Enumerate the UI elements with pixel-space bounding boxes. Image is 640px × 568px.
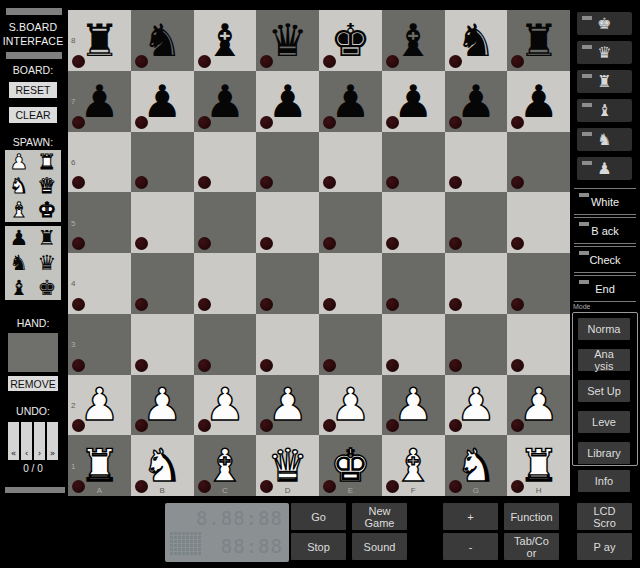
mode-button-stack: Norma Ana ysis Set Up Leve Library — [578, 318, 630, 464]
select-knight-button[interactable]: ♞ — [577, 128, 632, 151]
rank-label: 2 — [71, 400, 75, 409]
led-dot — [511, 55, 524, 68]
undo-button-row: «‹›» — [8, 422, 58, 460]
spawn-black-pieces-palette: ♟♜♞♛♝♚ — [5, 226, 61, 300]
led-dot — [449, 116, 462, 129]
led-dot — [260, 359, 273, 372]
spawn-white-pieces-palette: ♟♜♞♛♝♚ — [5, 150, 61, 222]
board-section-label: BOARD: — [0, 64, 66, 76]
mode-setup-button[interactable]: Set Up — [578, 380, 630, 402]
tick-mark — [582, 16, 592, 20]
square-c7[interactable]: ♟ — [194, 71, 257, 132]
led-dot — [198, 55, 211, 68]
spawn-white-queen[interactable]: ♛ — [33, 174, 61, 198]
square-a6[interactable]: 6 — [68, 132, 131, 193]
square-c8[interactable]: ♝ — [194, 10, 257, 71]
square-b2[interactable]: ♟ — [131, 375, 194, 436]
square-b7[interactable]: ♟ — [131, 71, 194, 132]
divider-bar — [6, 52, 62, 59]
led-dot — [386, 298, 399, 311]
led-dot — [260, 55, 273, 68]
tick-mark — [579, 222, 589, 226]
square-d5[interactable] — [256, 192, 319, 253]
square-c1[interactable]: C♝ — [194, 435, 257, 496]
led-dot — [386, 419, 399, 432]
led-dot — [449, 176, 462, 189]
rank-label: 8 — [71, 36, 75, 45]
square-f5[interactable] — [382, 192, 445, 253]
spawn-white-pawn[interactable]: ♟ — [5, 150, 33, 174]
tab-color-button[interactable]: Tab/Co or — [504, 533, 559, 560]
lcd-display: 8.88:88 88:88 — [165, 503, 289, 562]
piece-glyph: ♞ — [10, 251, 29, 275]
square-e7[interactable]: ♟ — [319, 71, 382, 132]
square-e1[interactable]: E♚ — [319, 435, 382, 496]
piece-glyph: ♟ — [10, 226, 29, 250]
piece-glyph: ♛ — [38, 174, 57, 198]
tick-mark — [579, 280, 589, 284]
rank-label: 1 — [71, 461, 75, 470]
spawn-black-rook[interactable]: ♜ — [33, 226, 61, 251]
square-f4[interactable] — [382, 253, 445, 314]
spawn-white-king[interactable]: ♚ — [33, 198, 61, 222]
led-dot — [198, 298, 211, 311]
led-dot — [511, 237, 524, 250]
file-label: B — [159, 486, 164, 495]
go-button[interactable]: Go — [291, 503, 346, 530]
led-dot — [449, 237, 462, 250]
square-a3[interactable]: 3 — [68, 314, 131, 375]
piece-glyph: ♛ — [38, 251, 57, 275]
spawn-white-bishop[interactable]: ♝ — [5, 198, 33, 222]
led-dot — [72, 55, 85, 68]
square-f2[interactable]: ♟ — [382, 375, 445, 436]
file-label: F — [411, 486, 416, 495]
led-dot — [323, 176, 336, 189]
square-h4[interactable] — [507, 253, 570, 314]
black-button-label: B ack — [591, 225, 619, 237]
app-title-line2: INTERFACE — [0, 34, 66, 48]
knight-icon: ♞ — [597, 132, 611, 148]
square-h7[interactable]: ♟ — [507, 71, 570, 132]
select-bishop-button[interactable]: ♝ — [577, 99, 632, 122]
led-dot — [260, 480, 273, 493]
select-rook-button[interactable]: ♜ — [577, 70, 632, 93]
led-dot — [449, 55, 462, 68]
chess-board: 8♜♞♝♛♚♝♞♜7♟♟♟♟♟♟♟♟65432♟♟♟♟♟♟♟♟1A♜B♞C♝D♛… — [68, 10, 570, 496]
led-dot — [72, 298, 85, 311]
smart-board-interface-window: S.BOARD INTERFACE BOARD: RESET CLEAR SPA… — [0, 0, 640, 568]
led-dot — [511, 419, 524, 432]
led-dot — [449, 298, 462, 311]
led-dot — [323, 480, 336, 493]
tick-mark — [579, 251, 589, 255]
mode-analysis-button[interactable]: Ana ysis — [578, 349, 630, 371]
spawn-white-rook[interactable]: ♜ — [33, 150, 61, 174]
square-f6[interactable] — [382, 132, 445, 193]
led-dot — [386, 176, 399, 189]
check-button-label: Check — [589, 254, 620, 266]
tick-mark — [582, 74, 592, 78]
square-a8[interactable]: 8♜ — [68, 10, 131, 71]
right-control-panel: ♚♛♜♝♞♟ White B ack Check End Mode Norma … — [572, 0, 640, 568]
square-d6[interactable] — [256, 132, 319, 193]
clear-button[interactable]: CLEAR — [9, 107, 57, 123]
led-dot — [323, 116, 336, 129]
led-dot — [260, 176, 273, 189]
square-f3[interactable] — [382, 314, 445, 375]
rank-label: 3 — [71, 340, 75, 349]
led-dot — [386, 359, 399, 372]
square-a5[interactable]: 5 — [68, 192, 131, 253]
led-dot — [198, 176, 211, 189]
square-b6[interactable] — [131, 132, 194, 193]
square-g2[interactable]: ♟ — [445, 375, 508, 436]
led-dot — [135, 237, 148, 250]
led-dot — [323, 359, 336, 372]
lcd-clock-bottom: 88:88 — [221, 537, 283, 556]
undo-first-button[interactable]: « — [8, 422, 19, 460]
led-dot — [449, 419, 462, 432]
led-dot — [260, 419, 273, 432]
square-g8[interactable]: ♞ — [445, 10, 508, 71]
end-button[interactable]: End — [574, 275, 636, 302]
square-h6[interactable] — [507, 132, 570, 193]
square-c6[interactable] — [194, 132, 257, 193]
select-pawn-button[interactable]: ♟ — [577, 157, 632, 180]
stop-button[interactable]: Stop — [291, 533, 346, 560]
new-game-button[interactable]: New Game — [352, 503, 407, 530]
square-g1[interactable]: G♞ — [445, 435, 508, 496]
bishop-icon: ♝ — [597, 103, 611, 119]
square-e8[interactable]: ♚ — [319, 10, 382, 71]
led-dot — [449, 480, 462, 493]
square-d8[interactable]: ♛ — [256, 10, 319, 71]
led-dot — [72, 116, 85, 129]
piece-glyph: ♜ — [38, 226, 57, 250]
square-e4[interactable] — [319, 253, 382, 314]
hand-tray[interactable] — [8, 333, 58, 372]
tick-mark — [582, 45, 592, 49]
square-h3[interactable] — [507, 314, 570, 375]
divider-bar — [5, 487, 65, 493]
square-g6[interactable] — [445, 132, 508, 193]
square-f8[interactable]: ♝ — [382, 10, 445, 71]
mode-group-label: Mode — [573, 303, 591, 310]
led-dot — [135, 480, 148, 493]
spawn-white-knight[interactable]: ♞ — [5, 174, 33, 198]
square-c4[interactable] — [194, 253, 257, 314]
spawn-black-pawn[interactable]: ♟ — [5, 226, 33, 251]
led-dot — [135, 419, 148, 432]
square-g4[interactable] — [445, 253, 508, 314]
spawn-black-queen[interactable]: ♛ — [33, 251, 61, 276]
led-dot — [323, 237, 336, 250]
spawn-section-label: SPAWN: — [0, 136, 66, 148]
led-dot — [323, 419, 336, 432]
file-label: H — [536, 486, 542, 495]
rank-label: 4 — [71, 279, 75, 288]
pawn-icon: ♟ — [597, 161, 611, 177]
square-b4[interactable] — [131, 253, 194, 314]
led-dot — [135, 298, 148, 311]
square-c3[interactable] — [194, 314, 257, 375]
rank-label: 6 — [71, 157, 75, 166]
square-b5[interactable] — [131, 192, 194, 253]
square-d1[interactable]: D♛ — [256, 435, 319, 496]
tick-mark — [582, 103, 592, 107]
mode-normal-button[interactable]: Norma — [578, 318, 630, 340]
led-dot — [198, 480, 211, 493]
led-dot — [323, 55, 336, 68]
rank-label: 7 — [71, 97, 75, 106]
square-b1[interactable]: B♞ — [131, 435, 194, 496]
piece-glyph: ♝ — [10, 276, 29, 300]
square-a4[interactable]: 4 — [68, 253, 131, 314]
sound-button[interactable]: Sound — [352, 533, 407, 560]
led-dot — [72, 237, 85, 250]
square-c2[interactable]: ♟ — [194, 375, 257, 436]
square-e3[interactable] — [319, 314, 382, 375]
undo-back-button[interactable]: ‹ — [21, 422, 32, 460]
undo-counter: 0 / 0 — [0, 463, 66, 474]
rook-icon: ♜ — [597, 74, 611, 90]
black-button[interactable]: B ack — [574, 217, 636, 244]
piece-glyph: ♚ — [38, 198, 57, 222]
file-label: E — [348, 486, 353, 495]
square-e6[interactable] — [319, 132, 382, 193]
play-button[interactable]: P ay — [577, 533, 632, 560]
square-f7[interactable]: ♟ — [382, 71, 445, 132]
square-d3[interactable] — [256, 314, 319, 375]
led-dot — [72, 419, 85, 432]
piece-glyph: ♝ — [10, 198, 29, 222]
piece-glyph: ♟ — [10, 150, 29, 174]
action-button-stack: White B ack Check End — [574, 188, 636, 304]
led-dot — [323, 298, 336, 311]
mode-group-box: Norma Ana ysis Set Up Leve Library — [572, 312, 638, 466]
led-dot — [135, 116, 148, 129]
undo-last-button[interactable]: » — [47, 422, 58, 460]
app-title: S.BOARD INTERFACE — [0, 20, 66, 48]
spawn-black-bishop[interactable]: ♝ — [5, 275, 33, 300]
remove-button[interactable]: REMOVE — [8, 376, 58, 391]
end-button-label: End — [595, 283, 615, 295]
led-dot — [511, 116, 524, 129]
square-a1[interactable]: 1A♜ — [68, 435, 131, 496]
square-h8[interactable]: ♜ — [507, 10, 570, 71]
select-king-button[interactable]: ♚ — [577, 12, 632, 35]
led-dot — [386, 55, 399, 68]
reset-button[interactable]: RESET — [9, 82, 57, 98]
led-dot — [135, 359, 148, 372]
led-dot — [135, 176, 148, 189]
undo-forward-button[interactable]: › — [34, 422, 45, 460]
left-control-panel: S.BOARD INTERFACE BOARD: RESET CLEAR SPA… — [0, 0, 66, 568]
info-button[interactable]: Info — [578, 470, 630, 492]
divider-bar — [6, 8, 62, 15]
led-dot — [198, 419, 211, 432]
king-icon: ♚ — [597, 16, 611, 32]
square-h2[interactable]: ♟ — [507, 375, 570, 436]
piece-glyph: ♜ — [38, 150, 57, 174]
square-a2[interactable]: 2♟ — [68, 375, 131, 436]
file-label: A — [97, 486, 102, 495]
tick-mark — [582, 161, 592, 165]
led-dot — [511, 176, 524, 189]
check-button[interactable]: Check — [574, 246, 636, 273]
led-dot — [72, 359, 85, 372]
app-title-line1: S.BOARD — [0, 20, 66, 34]
mode-level-button[interactable]: Leve — [578, 411, 630, 433]
led-dot — [72, 480, 85, 493]
hand-section-label: HAND: — [0, 317, 66, 329]
lcd-dot-matrix — [170, 532, 201, 555]
piece-glyph: ♞ — [10, 174, 29, 198]
plus-button[interactable]: + — [443, 503, 498, 530]
lcd-clock-top: 8.88:88 — [196, 509, 283, 528]
square-d2[interactable]: ♟ — [256, 375, 319, 436]
square-a7[interactable]: 7♟ — [68, 71, 131, 132]
tick-mark — [579, 193, 589, 197]
square-g3[interactable] — [445, 314, 508, 375]
led-dot — [511, 480, 524, 493]
square-h5[interactable] — [507, 192, 570, 253]
square-f1[interactable]: F♝ — [382, 435, 445, 496]
rank-label: 5 — [71, 218, 75, 227]
led-dot — [511, 359, 524, 372]
led-dot — [198, 116, 211, 129]
square-b3[interactable] — [131, 314, 194, 375]
queen-icon: ♛ — [597, 45, 611, 61]
piece-select-stack: ♚♛♜♝♞♟ — [577, 12, 632, 180]
square-g5[interactable] — [445, 192, 508, 253]
square-e2[interactable]: ♟ — [319, 375, 382, 436]
led-dot — [449, 359, 462, 372]
led-dot — [386, 237, 399, 250]
lcd-scroll-button[interactable]: LCD Scro — [577, 503, 632, 530]
file-label: G — [473, 486, 479, 495]
select-queen-button[interactable]: ♛ — [577, 41, 632, 64]
tick-mark — [582, 132, 592, 136]
led-dot — [260, 237, 273, 250]
square-d7[interactable]: ♟ — [256, 71, 319, 132]
led-dot — [198, 359, 211, 372]
led-dot — [511, 298, 524, 311]
led-dot — [260, 298, 273, 311]
square-g7[interactable]: ♟ — [445, 71, 508, 132]
square-b8[interactable]: ♞ — [131, 10, 194, 71]
led-dot — [386, 480, 399, 493]
white-button[interactable]: White — [574, 188, 636, 215]
square-e5[interactable] — [319, 192, 382, 253]
led-dot — [386, 116, 399, 129]
spawn-black-king[interactable]: ♚ — [33, 275, 61, 300]
led-dot — [260, 116, 273, 129]
piece-glyph: ♚ — [38, 276, 57, 300]
led-dot — [135, 55, 148, 68]
function-button[interactable]: Function — [504, 503, 559, 530]
spawn-black-knight[interactable]: ♞ — [5, 251, 33, 276]
file-label: D — [285, 486, 291, 495]
square-d4[interactable] — [256, 253, 319, 314]
white-button-label: White — [591, 196, 619, 208]
file-label: C — [222, 486, 228, 495]
mode-library-button[interactable]: Library — [578, 442, 630, 464]
square-h1[interactable]: H♜ — [507, 435, 570, 496]
led-dot — [198, 237, 211, 250]
undo-section-label: UNDO: — [0, 405, 66, 417]
minus-button[interactable]: - — [443, 533, 498, 560]
square-c5[interactable] — [194, 192, 257, 253]
led-dot — [72, 176, 85, 189]
